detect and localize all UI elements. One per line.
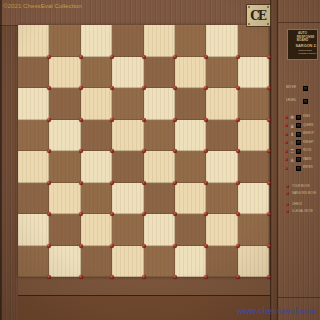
pawn-icon: ♙ [290,157,294,163]
led-indicator [285,141,288,144]
square-h6[interactable] [238,88,269,120]
square-e1[interactable] [144,246,175,278]
square-a6[interactable] [18,88,49,120]
square-e3[interactable] [144,183,175,215]
level-button-label: LEVEL [286,98,296,102]
square-h1[interactable] [238,246,269,278]
square-g1[interactable] [206,246,237,278]
queen-icon: ♕ [290,123,294,129]
square-f3[interactable] [175,183,206,215]
square-led [236,181,240,185]
pawn-button[interactable] [296,157,301,162]
bishop-button[interactable] [296,132,301,137]
square-led [236,118,240,122]
nameplate-title-line: BOARD [297,39,309,40]
square-led [204,244,208,248]
board-frame-right [270,0,278,320]
bishop-icon: ♗ [290,131,294,137]
auto-response-board-photo: ©2021 ChessEval Collection www.chesseval… [0,0,320,320]
status-row-illegal-move: ILLEGAL MOVE [278,209,320,215]
square-g3[interactable] [206,183,237,215]
square-g5[interactable] [206,120,237,152]
panel-row-rook: ♖ROOK [278,148,320,154]
watermark-text: www.chesseval.com [237,306,316,315]
square-d5[interactable] [112,120,143,152]
nameplate-title-line: RESPONSE [297,36,309,37]
nameplate-product: SARGON 2.5 [296,44,310,46]
square-led [142,275,146,279]
square-led [79,149,83,153]
square-f6[interactable] [175,88,206,120]
square-led [110,181,114,185]
square-led [236,275,240,279]
square-c7[interactable] [81,57,112,89]
piece-button-label: KING [303,114,310,117]
square-led [142,118,146,122]
square-led [236,55,240,59]
square-led [79,212,83,216]
piece-button-label: PAWN [303,157,311,160]
square-b8[interactable] [49,25,80,57]
square-h8[interactable] [238,25,269,57]
square-c8[interactable] [81,25,112,57]
copyright-text: ©2021 ChessEval Collection [3,2,82,9]
king-icon: ♔ [290,114,294,120]
square-led [204,181,208,185]
knight-icon: ♘ [290,140,294,146]
square-led [267,118,271,122]
enter-button[interactable] [296,166,301,171]
square-h7[interactable] [238,57,269,89]
square-c3[interactable] [81,183,112,215]
chesseval-logo-plaque: CE [246,4,271,27]
panel-row-pawn: ♙PAWN [278,157,320,163]
status-led-label: YOUR MOVE [292,184,310,187]
square-led [173,181,177,185]
square-led [267,275,271,279]
led-indicator [286,210,289,213]
square-e5[interactable] [144,120,175,152]
square-d4[interactable] [112,151,143,183]
square-led [79,275,83,279]
square-g4[interactable] [206,151,237,183]
square-led [173,55,177,59]
square-g6[interactable] [206,88,237,120]
square-h4[interactable] [238,151,269,183]
square-b6[interactable] [49,88,80,120]
square-d8[interactable] [112,25,143,57]
panel-row-enter: ENTER [278,165,320,171]
photo-edge-shadow [0,0,2,320]
square-led [267,86,271,90]
square-a4[interactable] [18,151,49,183]
square-a5[interactable] [18,120,49,152]
status-row-your-move: YOUR MOVE [278,184,320,190]
board-frame-left [0,25,18,320]
piece-button-label: ENTER [303,165,313,168]
square-led [79,244,83,248]
square-d2[interactable] [112,214,143,246]
square-c6[interactable] [81,88,112,120]
nameplate-subtitle-line: CHESS PROGRAM [298,52,307,53]
square-led [267,244,271,248]
square-e7[interactable] [144,57,175,89]
square-led [173,212,177,216]
led-indicator [285,133,288,136]
square-e2[interactable] [144,214,175,246]
square-led [173,86,177,90]
square-led [47,244,51,248]
square-f2[interactable] [175,214,206,246]
square-led [236,244,240,248]
square-led [236,86,240,90]
square-led [204,118,208,122]
square-a1[interactable] [18,246,49,278]
status-led-label: ILLEGAL MOVE [292,209,313,212]
square-led [173,244,177,248]
square-led [47,55,51,59]
square-led [267,149,271,153]
square-c1[interactable] [81,246,112,278]
square-c2[interactable] [81,214,112,246]
square-e4[interactable] [144,151,175,183]
square-led [110,118,114,122]
square-b7[interactable] [49,57,80,89]
status-row-check: CHECK [278,202,320,208]
control-panel: AUTO RESPONSE BOARD SARGON 2.5 COMPUTER … [278,0,320,320]
led-indicator [285,116,288,119]
plaque-screw [267,6,269,8]
piece-button-label: QUEEN [303,123,313,126]
panel-row-king: ♔KING [278,114,320,120]
square-d7[interactable] [112,57,143,89]
board-frame-bottom [18,277,270,320]
square-led [204,55,208,59]
square-led [173,118,177,122]
piece-button-label: ROOK [303,148,311,151]
piece-button-rows: ♔KING♕QUEEN♗BISHOP♘KNIGHT♖ROOK♙PAWNENTER [278,114,320,176]
panel-row-queen: ♕QUEEN [278,123,320,129]
queen-button[interactable] [296,123,301,128]
square-led [47,118,51,122]
square-c5[interactable] [81,120,112,152]
rook-icon: ♖ [290,148,294,154]
square-f4[interactable] [175,151,206,183]
plaque-screw [248,6,250,8]
piece-button-label: KNIGHT [303,140,314,143]
chess-board [18,25,269,277]
move-button-label: MOVE [286,85,296,89]
piece-button-label: BISHOP [303,131,314,134]
square-b3[interactable] [49,183,80,215]
level-button-row: LEVEL [278,98,320,105]
square-h5[interactable] [238,120,269,152]
nameplate-title-line: AUTO [297,32,309,33]
square-led [142,212,146,216]
square-g2[interactable] [206,214,237,246]
square-led [142,86,146,90]
square-led [79,118,83,122]
square-led [267,212,271,216]
status-row-sargon-s-move: SARGON'S MOVE [278,191,320,197]
square-led [142,244,146,248]
square-led [173,275,177,279]
panel-row-bishop: ♗BISHOP [278,131,320,137]
square-led [142,181,146,185]
led-indicator [285,124,288,127]
square-f5[interactable] [175,120,206,152]
knight-button[interactable] [296,140,301,145]
led-indicator [286,185,289,188]
status-led-rows: YOUR MOVESARGON'S MOVECHECKILLEGAL MOVE [278,184,320,216]
square-h3[interactable] [238,183,269,215]
square-a3[interactable] [18,183,49,215]
square-led [142,149,146,153]
square-led [110,244,114,248]
king-button[interactable] [296,115,301,120]
square-d1[interactable] [112,246,143,278]
square-led [79,86,83,90]
led-indicator [286,192,289,195]
square-a8[interactable] [18,25,49,57]
square-f8[interactable] [175,25,206,57]
square-led [173,149,177,153]
square-a7[interactable] [18,57,49,89]
square-f7[interactable] [175,57,206,89]
square-e6[interactable] [144,88,175,120]
square-led [110,55,114,59]
plaque-screw [267,23,269,25]
square-led [47,181,51,185]
square-d6[interactable] [112,88,143,120]
square-g7[interactable] [206,57,237,89]
square-led [79,55,83,59]
square-b4[interactable] [49,151,80,183]
square-d3[interactable] [112,183,143,215]
move-button[interactable] [303,86,308,91]
square-f1[interactable] [175,246,206,278]
level-button[interactable] [303,99,308,104]
square-g8[interactable] [206,25,237,57]
status-led-label: SARGON'S MOVE [292,191,316,194]
square-b5[interactable] [49,120,80,152]
led-indicator [285,167,288,170]
led-indicator [286,203,289,206]
nameplate: AUTO RESPONSE BOARD SARGON 2.5 COMPUTER … [287,29,318,60]
square-b2[interactable] [49,214,80,246]
rook-button[interactable] [296,149,301,154]
led-indicator [285,158,288,161]
nameplate-subtitle-line: COMPUTER [298,49,307,50]
square-c4[interactable] [81,151,112,183]
square-e8[interactable] [144,25,175,57]
square-b1[interactable] [49,246,80,278]
status-led-label: CHECK [292,202,302,205]
panel-row-knight: ♘KNIGHT [278,140,320,146]
square-a2[interactable] [18,214,49,246]
square-led [267,55,271,59]
square-led [236,212,240,216]
square-led [267,181,271,185]
square-led [236,149,240,153]
square-led [79,181,83,185]
plaque-screw [248,23,250,25]
move-button-row: MOVE [278,85,320,92]
square-led [142,55,146,59]
led-indicator [285,150,288,153]
square-h2[interactable] [238,214,269,246]
